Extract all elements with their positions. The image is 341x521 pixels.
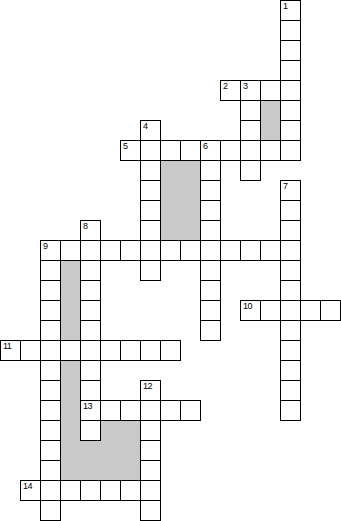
answer-cell-r4c14[interactable] [280, 80, 301, 101]
answer-cell-r7c10[interactable]: 6 [200, 140, 221, 161]
answer-cell-r17c3[interactable] [60, 340, 81, 361]
shaded-block-r22c5 [100, 440, 121, 461]
answer-cell-r17c0[interactable]: 11 [0, 340, 21, 361]
shaded-block-r23c5 [100, 460, 121, 481]
answer-cell-r18c2[interactable] [40, 360, 61, 381]
answer-cell-r7c13[interactable] [260, 140, 281, 161]
answer-cell-r10c14[interactable] [280, 200, 301, 221]
answer-cell-r18c14[interactable] [280, 360, 301, 381]
clue-number-9: 9 [43, 242, 48, 251]
answer-cell-r24c1[interactable]: 14 [20, 480, 41, 501]
answer-cell-r21c2[interactable] [40, 420, 61, 441]
answer-cell-r12c4[interactable] [80, 240, 101, 261]
answer-cell-r9c10[interactable] [200, 180, 221, 201]
clue-number-8: 8 [83, 222, 88, 231]
answer-cell-r19c2[interactable] [40, 380, 61, 401]
answer-cell-r20c4[interactable]: 13 [80, 400, 101, 421]
answer-cell-r7c8[interactable] [160, 140, 181, 161]
answer-cell-r15c12[interactable]: 10 [240, 300, 261, 321]
answer-cell-r20c7[interactable] [140, 400, 161, 421]
clue-number-12: 12 [143, 382, 152, 391]
answer-cell-r7c6[interactable]: 5 [120, 140, 141, 161]
shaded-block-r18c3 [60, 360, 81, 381]
clue-number-2: 2 [223, 82, 228, 91]
answer-cell-r13c14[interactable] [280, 260, 301, 281]
answer-cell-r15c4[interactable] [80, 300, 101, 321]
shaded-block-r5c13 [260, 100, 281, 121]
answer-cell-r7c12[interactable] [240, 140, 261, 161]
answer-cell-r20c2[interactable] [40, 400, 61, 421]
clue-number-3: 3 [243, 82, 248, 91]
shaded-block-r9c8 [160, 180, 181, 201]
answer-cell-r14c2[interactable] [40, 280, 61, 301]
answer-cell-r15c10[interactable] [200, 300, 221, 321]
answer-cell-r14c4[interactable] [80, 280, 101, 301]
answer-cell-r11c10[interactable] [200, 220, 221, 241]
answer-cell-r7c9[interactable] [180, 140, 201, 161]
answer-cell-r15c16[interactable] [320, 300, 341, 321]
shaded-block-r8c8 [160, 160, 181, 181]
answer-cell-r22c2[interactable] [40, 440, 61, 461]
answer-cell-r12c10[interactable] [200, 240, 221, 261]
answer-cell-r24c5[interactable] [100, 480, 121, 501]
answer-cell-r24c6[interactable] [120, 480, 141, 501]
shaded-block-r9c9 [180, 180, 201, 201]
shaded-block-r22c3 [60, 440, 81, 461]
answer-cell-r16c14[interactable] [280, 320, 301, 341]
answer-cell-r10c7[interactable] [140, 200, 161, 221]
answer-cell-r25c2[interactable] [40, 500, 61, 521]
answer-cell-r12c7[interactable] [140, 240, 161, 261]
clue-number-7: 7 [283, 182, 288, 191]
shaded-block-r20c3 [60, 400, 81, 421]
shaded-block-r19c3 [60, 380, 81, 401]
shaded-block-r11c9 [180, 220, 201, 241]
clue-number-6: 6 [203, 142, 208, 151]
answer-cell-r19c4[interactable] [80, 380, 101, 401]
clue-number-4: 4 [143, 122, 148, 131]
shaded-block-r22c6 [120, 440, 141, 461]
answer-cell-r0c14[interactable]: 1 [280, 0, 301, 21]
shaded-block-r11c8 [160, 220, 181, 241]
answer-cell-r1c14[interactable] [280, 20, 301, 41]
answer-cell-r6c14[interactable] [280, 120, 301, 141]
answer-cell-r20c8[interactable] [160, 400, 181, 421]
answer-cell-r13c7[interactable] [140, 260, 161, 281]
answer-cell-r20c6[interactable] [120, 400, 141, 421]
shaded-block-r21c3 [60, 420, 81, 441]
answer-cell-r12c5[interactable] [100, 240, 121, 261]
answer-cell-r23c7[interactable] [140, 460, 161, 481]
clue-number-11: 11 [3, 342, 11, 351]
crossword-board: 1234567891011121314 [0, 0, 341, 521]
shaded-block-r10c8 [160, 200, 181, 221]
answer-cell-r12c13[interactable] [260, 240, 281, 261]
answer-cell-r5c14[interactable] [280, 100, 301, 121]
answer-cell-r7c14[interactable] [280, 140, 301, 161]
answer-cell-r9c14[interactable]: 7 [280, 180, 301, 201]
answer-cell-r12c14[interactable] [280, 240, 301, 261]
clue-number-13: 13 [83, 402, 92, 411]
answer-cell-r17c1[interactable] [20, 340, 41, 361]
answer-cell-r17c6[interactable] [120, 340, 141, 361]
answer-cell-r24c3[interactable] [60, 480, 81, 501]
answer-cell-r3c14[interactable] [280, 60, 301, 81]
answer-cell-r16c2[interactable] [40, 320, 61, 341]
answer-cell-r24c2[interactable] [40, 480, 61, 501]
answer-cell-r22c7[interactable] [140, 440, 161, 461]
answer-cell-r12c8[interactable] [160, 240, 181, 261]
answer-cell-r8c7[interactable] [140, 160, 161, 181]
answer-cell-r13c10[interactable] [200, 260, 221, 281]
answer-cell-r11c4[interactable]: 8 [80, 220, 101, 241]
answer-cell-r15c2[interactable] [40, 300, 61, 321]
answer-cell-r7c11[interactable] [220, 140, 241, 161]
shaded-block-r10c9 [180, 200, 201, 221]
answer-cell-r13c2[interactable] [40, 260, 61, 281]
answer-cell-r17c2[interactable] [40, 340, 61, 361]
answer-cell-r12c11[interactable] [220, 240, 241, 261]
answer-cell-r21c7[interactable] [140, 420, 161, 441]
shaded-block-r13c3 [60, 260, 81, 281]
shaded-block-r15c3 [60, 300, 81, 321]
answer-cell-r2c14[interactable] [280, 40, 301, 61]
answer-cell-r11c14[interactable] [280, 220, 301, 241]
answer-cell-r11c7[interactable] [140, 220, 161, 241]
answer-cell-r6c12[interactable] [240, 120, 261, 141]
answer-cell-r12c3[interactable] [60, 240, 81, 261]
answer-cell-r12c12[interactable] [240, 240, 261, 261]
shaded-block-r16c3 [60, 320, 81, 341]
answer-cell-r17c4[interactable] [80, 340, 101, 361]
shaded-block-r6c13 [260, 120, 281, 141]
answer-cell-r8c12[interactable] [240, 160, 261, 181]
answer-cell-r6c7[interactable]: 4 [140, 120, 161, 141]
answer-cell-r9c7[interactable] [140, 180, 161, 201]
answer-cell-r12c9[interactable] [180, 240, 201, 261]
answer-cell-r25c7[interactable] [140, 500, 161, 521]
answer-cell-r5c12[interactable] [240, 100, 261, 121]
answer-cell-r14c14[interactable] [280, 280, 301, 301]
answer-cell-r4c11[interactable]: 2 [220, 80, 241, 101]
clue-number-10: 10 [243, 302, 252, 311]
answer-cell-r23c2[interactable] [40, 460, 61, 481]
answer-cell-r12c6[interactable] [120, 240, 141, 261]
answer-cell-r24c7[interactable] [140, 480, 161, 501]
answer-cell-r15c14[interactable] [280, 300, 301, 321]
shaded-block-r23c3 [60, 460, 81, 481]
clue-number-5: 5 [123, 142, 128, 151]
answer-cell-r14c10[interactable] [200, 280, 221, 301]
answer-cell-r20c14[interactable] [280, 400, 301, 421]
answer-cell-r24c4[interactable] [80, 480, 101, 501]
shaded-block-r8c9 [180, 160, 201, 181]
clue-number-14: 14 [23, 482, 32, 491]
shaded-block-r23c4 [80, 460, 101, 481]
shaded-block-r21c5 [100, 420, 121, 441]
answer-cell-r15c15[interactable] [300, 300, 321, 321]
answer-cell-r16c4[interactable] [80, 320, 101, 341]
answer-cell-r16c10[interactable] [200, 320, 221, 341]
answer-cell-r20c5[interactable] [100, 400, 121, 421]
answer-cell-r19c14[interactable] [280, 380, 301, 401]
answer-cell-r19c7[interactable]: 12 [140, 380, 161, 401]
answer-cell-r15c13[interactable] [260, 300, 281, 321]
answer-cell-r13c4[interactable] [80, 260, 101, 281]
answer-cell-r4c13[interactable] [260, 80, 281, 101]
shaded-block-r21c6 [120, 420, 141, 441]
answer-cell-r8c10[interactable] [200, 160, 221, 181]
clue-number-1: 1 [283, 2, 288, 11]
answer-cell-r18c4[interactable] [80, 360, 101, 381]
answer-cell-r17c14[interactable] [280, 340, 301, 361]
answer-cell-r10c10[interactable] [200, 200, 221, 221]
answer-cell-r20c9[interactable] [180, 400, 201, 421]
answer-cell-r17c5[interactable] [100, 340, 121, 361]
shaded-block-r22c4 [80, 440, 101, 461]
answer-cell-r7c7[interactable] [140, 140, 161, 161]
answer-cell-r12c2[interactable]: 9 [40, 240, 61, 261]
answer-cell-r17c7[interactable] [140, 340, 161, 361]
shaded-block-r14c3 [60, 280, 81, 301]
answer-cell-r17c8[interactable] [160, 340, 181, 361]
shaded-block-r23c6 [120, 460, 141, 481]
answer-cell-r21c4[interactable] [80, 420, 101, 441]
answer-cell-r4c12[interactable]: 3 [240, 80, 261, 101]
